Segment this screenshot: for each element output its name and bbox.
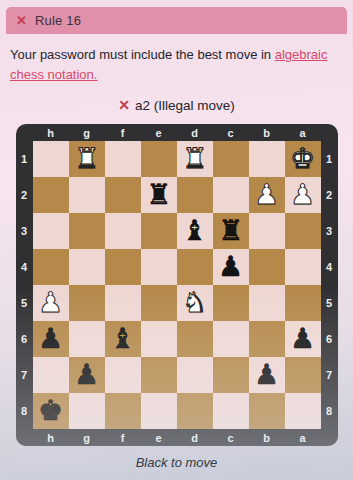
file-label-bottom-a: a bbox=[285, 429, 321, 446]
turn-caption: Black to move bbox=[0, 455, 353, 470]
rank-label-left-7: 7 bbox=[16, 357, 33, 393]
square-f5 bbox=[105, 285, 141, 321]
square-g4 bbox=[69, 249, 105, 285]
square-c7 bbox=[213, 357, 249, 393]
rank-label-right-8: 8 bbox=[321, 393, 338, 429]
square-h4 bbox=[33, 249, 69, 285]
square-f3 bbox=[105, 213, 141, 249]
square-b6 bbox=[249, 321, 285, 357]
square-c5 bbox=[213, 285, 249, 321]
file-label-bottom-d: d bbox=[177, 429, 213, 446]
square-a7 bbox=[285, 357, 321, 393]
square-f1 bbox=[105, 141, 141, 177]
square-b4 bbox=[249, 249, 285, 285]
rule-title: Rule 16 bbox=[35, 13, 81, 28]
square-a4 bbox=[285, 249, 321, 285]
chess-board: hgfedcba1♜♜♚12♜♟♟23♝♜34♟45♟♞56♟♝♟67♟♟78♚… bbox=[16, 124, 338, 446]
file-label-top-d: d bbox=[177, 124, 213, 141]
square-d2 bbox=[177, 177, 213, 213]
rank-label-right-3: 3 bbox=[321, 213, 338, 249]
square-b3 bbox=[249, 213, 285, 249]
error-x-icon: ✕ bbox=[118, 97, 130, 113]
rank-label-right-7: 7 bbox=[321, 357, 338, 393]
file-label-top-b: b bbox=[249, 124, 285, 141]
rank-label-left-5: 5 bbox=[16, 285, 33, 321]
file-label-top-h: h bbox=[33, 124, 69, 141]
square-e5 bbox=[141, 285, 177, 321]
black-pawn: ♟ bbox=[74, 357, 99, 393]
square-g2 bbox=[69, 177, 105, 213]
file-label-bottom-c: c bbox=[213, 429, 249, 446]
square-e8 bbox=[141, 393, 177, 429]
square-a6: ♟ bbox=[285, 321, 321, 357]
rule-description-text: Your password must include the best move… bbox=[10, 47, 275, 62]
square-d6 bbox=[177, 321, 213, 357]
white-king: ♚ bbox=[290, 141, 315, 177]
square-e7 bbox=[141, 357, 177, 393]
square-c4: ♟ bbox=[213, 249, 249, 285]
square-e4 bbox=[141, 249, 177, 285]
rule-violation-x-icon: ✕ bbox=[16, 14, 27, 27]
square-e3 bbox=[141, 213, 177, 249]
white-pawn: ♟ bbox=[290, 177, 315, 213]
file-label-top-e: e bbox=[141, 124, 177, 141]
square-b1 bbox=[249, 141, 285, 177]
square-h2 bbox=[33, 177, 69, 213]
rank-label-left-4: 4 bbox=[16, 249, 33, 285]
square-f6: ♝ bbox=[105, 321, 141, 357]
file-label-bottom-b: b bbox=[249, 429, 285, 446]
rank-label-right-2: 2 bbox=[321, 177, 338, 213]
square-c3: ♜ bbox=[213, 213, 249, 249]
square-d3: ♝ bbox=[177, 213, 213, 249]
file-label-top-f: f bbox=[105, 124, 141, 141]
square-c6 bbox=[213, 321, 249, 357]
error-text: a2 (Illegal move) bbox=[135, 98, 235, 113]
rank-label-left-6: 6 bbox=[16, 321, 33, 357]
file-label-bottom-f: f bbox=[105, 429, 141, 446]
rule-header: ✕ Rule 16 bbox=[6, 7, 347, 34]
square-g3 bbox=[69, 213, 105, 249]
black-rook: ♜ bbox=[218, 213, 243, 249]
board-corner bbox=[321, 429, 338, 446]
square-f4 bbox=[105, 249, 141, 285]
black-bishop: ♝ bbox=[182, 213, 207, 249]
square-e6 bbox=[141, 321, 177, 357]
board-corner bbox=[321, 124, 338, 141]
square-d8 bbox=[177, 393, 213, 429]
white-pawn: ♟ bbox=[38, 285, 63, 321]
white-pawn: ♟ bbox=[254, 177, 279, 213]
square-e1 bbox=[141, 141, 177, 177]
rank-label-right-5: 5 bbox=[321, 285, 338, 321]
square-h5: ♟ bbox=[33, 285, 69, 321]
black-bishop: ♝ bbox=[110, 321, 135, 357]
square-d4 bbox=[177, 249, 213, 285]
square-g1: ♜ bbox=[69, 141, 105, 177]
rule-card: ✕ Rule 16 Your password must include the… bbox=[0, 0, 353, 470]
rank-label-left-8: 8 bbox=[16, 393, 33, 429]
square-c8 bbox=[213, 393, 249, 429]
square-a3 bbox=[285, 213, 321, 249]
black-pawn: ♟ bbox=[290, 321, 315, 357]
square-a2: ♟ bbox=[285, 177, 321, 213]
rule-description: Your password must include the best move… bbox=[0, 45, 353, 84]
square-g5 bbox=[69, 285, 105, 321]
square-h7 bbox=[33, 357, 69, 393]
file-label-top-g: g bbox=[69, 124, 105, 141]
file-label-top-a: a bbox=[285, 124, 321, 141]
square-d1: ♜ bbox=[177, 141, 213, 177]
square-h1 bbox=[33, 141, 69, 177]
rank-label-left-3: 3 bbox=[16, 213, 33, 249]
square-a1: ♚ bbox=[285, 141, 321, 177]
board-corner bbox=[16, 124, 33, 141]
square-e2: ♜ bbox=[141, 177, 177, 213]
black-pawn: ♟ bbox=[38, 321, 63, 357]
square-b8 bbox=[249, 393, 285, 429]
illegal-move-error: ✕a2 (Illegal move) bbox=[0, 98, 353, 113]
black-pawn: ♟ bbox=[218, 249, 243, 285]
rank-label-right-4: 4 bbox=[321, 249, 338, 285]
white-rook: ♜ bbox=[74, 141, 99, 177]
rank-label-left-2: 2 bbox=[16, 177, 33, 213]
square-d7 bbox=[177, 357, 213, 393]
square-g7: ♟ bbox=[69, 357, 105, 393]
square-h8: ♚ bbox=[33, 393, 69, 429]
square-h3 bbox=[33, 213, 69, 249]
chess-board-wrap: hgfedcba1♜♜♚12♜♟♟23♝♜34♟45♟♞56♟♝♟67♟♟78♚… bbox=[16, 124, 338, 446]
rank-label-right-1: 1 bbox=[321, 141, 338, 177]
black-king: ♚ bbox=[38, 393, 63, 429]
square-b5 bbox=[249, 285, 285, 321]
rank-label-left-1: 1 bbox=[16, 141, 33, 177]
rank-label-right-6: 6 bbox=[321, 321, 338, 357]
square-c1 bbox=[213, 141, 249, 177]
black-rook: ♜ bbox=[146, 177, 171, 213]
file-label-bottom-g: g bbox=[69, 429, 105, 446]
square-d5: ♞ bbox=[177, 285, 213, 321]
square-g6 bbox=[69, 321, 105, 357]
white-rook: ♜ bbox=[182, 141, 207, 177]
white-knight: ♞ bbox=[182, 285, 207, 321]
square-a5 bbox=[285, 285, 321, 321]
square-b7: ♟ bbox=[249, 357, 285, 393]
square-a8 bbox=[285, 393, 321, 429]
square-f8 bbox=[105, 393, 141, 429]
square-f2 bbox=[105, 177, 141, 213]
black-pawn: ♟ bbox=[254, 357, 279, 393]
square-b2: ♟ bbox=[249, 177, 285, 213]
square-f7 bbox=[105, 357, 141, 393]
board-corner bbox=[16, 429, 33, 446]
square-c2 bbox=[213, 177, 249, 213]
file-label-top-c: c bbox=[213, 124, 249, 141]
file-label-bottom-h: h bbox=[33, 429, 69, 446]
square-h6: ♟ bbox=[33, 321, 69, 357]
file-label-bottom-e: e bbox=[141, 429, 177, 446]
square-g8 bbox=[69, 393, 105, 429]
